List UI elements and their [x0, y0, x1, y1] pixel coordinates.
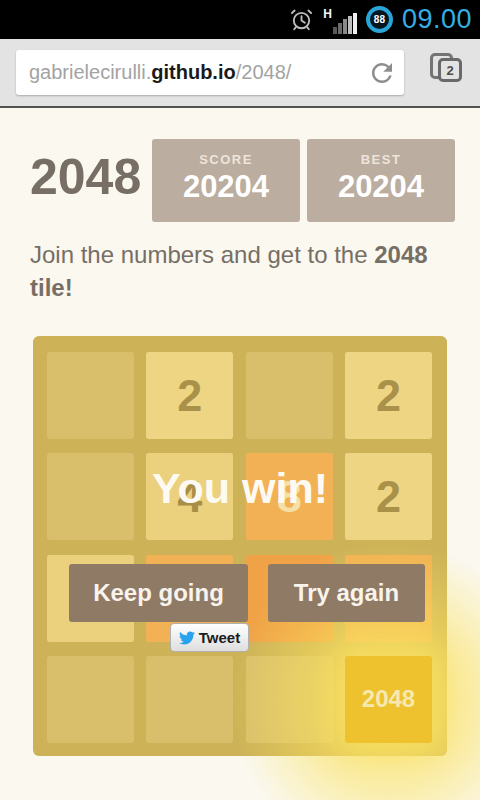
status-bar: H 88 09.00 — [0, 0, 480, 39]
score-value: 20204 — [152, 169, 300, 205]
tweet-button[interactable]: Tweet — [170, 623, 249, 652]
game-board[interactable]: 22482481682048 You win! Keep going Try a… — [33, 336, 447, 756]
try-again-button[interactable]: Try again — [268, 564, 425, 622]
network-signal-icon: H — [323, 7, 357, 33]
url-domain: github.io — [151, 61, 235, 83]
status-clock: 09.00 — [402, 4, 472, 35]
url-subdomain: gabrielecirulli. — [29, 61, 151, 83]
battery-percent: 88 — [374, 14, 385, 25]
url-bar[interactable]: gabrielecirulli.github.io/2048/ — [16, 50, 404, 95]
alarm-clock-icon — [289, 7, 314, 32]
win-overlay: You win! Keep going Try again Tweet — [33, 336, 447, 756]
intro-text: Join the numbers and get to the 2048 til… — [30, 238, 454, 304]
best-label: BEST — [307, 152, 455, 167]
page-title: 2048 — [30, 148, 141, 206]
keep-going-button[interactable]: Keep going — [69, 564, 248, 622]
refresh-button[interactable] — [365, 56, 399, 90]
best-box: BEST 20204 — [307, 139, 455, 222]
best-value: 20204 — [307, 169, 455, 205]
tab-count-badge: 2 — [438, 58, 462, 82]
win-message: You win! — [33, 464, 447, 513]
tabs-button[interactable]: 2 — [430, 52, 466, 86]
score-label: SCORE — [152, 152, 300, 167]
twitter-bird-icon — [179, 630, 195, 646]
url-path: /2048/ — [236, 61, 292, 83]
battery-indicator: 88 — [366, 6, 393, 33]
score-box: SCORE 20204 — [152, 139, 300, 222]
intro-text-regular: Join the numbers and get to the — [30, 241, 374, 268]
tweet-label: Tweet — [199, 629, 240, 646]
url-text: gabrielecirulli.github.io/2048/ — [29, 61, 365, 84]
refresh-icon — [367, 58, 397, 88]
browser-toolbar: gabrielecirulli.github.io/2048/ 2 — [0, 39, 480, 108]
network-type-label: H — [323, 8, 332, 20]
signal-bars-icon — [333, 10, 357, 34]
